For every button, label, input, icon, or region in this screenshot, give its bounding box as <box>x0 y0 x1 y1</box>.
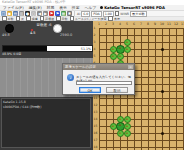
coord-label-top: 5 <box>124 22 130 26</box>
black-stone-icon[interactable]: ● <box>25 11 30 16</box>
candidate-move[interactable]: 41 <box>117 53 124 60</box>
candidate-winrate: 43 <box>125 40 130 45</box>
score-subvalue: 4.5 <box>30 31 50 35</box>
coord-label-top: 3 <box>110 22 116 26</box>
menu-item-4[interactable]: 設定 <box>71 5 81 10</box>
black-player-stone-icon <box>5 24 14 33</box>
coord-label-left: 4 <box>94 47 96 51</box>
coord-label-top: 8 <box>145 22 151 26</box>
forward-arrow-icon[interactable]: ▶ <box>43 11 48 16</box>
coord-label-top: 6 <box>131 22 137 26</box>
coord-label-left: 5 <box>94 54 96 58</box>
candidate-move[interactable]: 40 <box>117 130 124 137</box>
winrate-caption: 48.9% 0.0目 <box>2 52 21 56</box>
save-icon[interactable]: ▤ <box>13 11 18 16</box>
dialog-close-icon[interactable]: × <box>128 65 133 69</box>
winrate-bar: 51.1% <box>2 45 93 52</box>
candidate-move[interactable]: 42 <box>124 46 131 53</box>
menu-item-3[interactable]: 表示 <box>58 5 68 10</box>
candidate-winrate: 45 <box>117 123 124 128</box>
star-point <box>161 132 164 135</box>
coord-label-left: 3 <box>94 40 96 44</box>
dialog-title: 思考スケールの設定 <box>63 64 134 70</box>
settings-icon[interactable]: ✱ <box>67 11 72 16</box>
coord-label-left: 15 <box>94 124 98 128</box>
candidate-winrate: 40 <box>118 131 123 136</box>
menu-item-2[interactable]: 対局 <box>46 5 56 10</box>
engine-console[interactable]: KataGo 1.15.8s9096PDA / 644 (訪問数) <box>1 98 91 148</box>
white-stone-icon[interactable]: ○ <box>31 11 36 16</box>
candidate-winrate: 41 <box>125 117 130 122</box>
black-winrate-value: 49.8 <box>2 33 10 37</box>
coord-label-left: 14 <box>94 117 98 121</box>
star-point <box>161 48 164 51</box>
coord-label-left: 12 <box>94 103 98 107</box>
coord-label-top: 9 <box>152 22 158 26</box>
console-area: KataGo 1.15.8s9096PDA / 644 (訪問数) <box>0 97 93 150</box>
cancel-button[interactable]: 取消 <box>106 87 128 93</box>
menu-item-0[interactable]: ファイル(F) <box>2 5 25 10</box>
candidate-winrate: 41 <box>125 131 130 136</box>
candidate-winrate: 45 <box>117 46 124 51</box>
candidate-winrate: 41 <box>111 47 116 52</box>
candidate-winrate: 40 <box>111 124 116 129</box>
coord-label-left: 16 <box>94 131 98 135</box>
candidate-winrate: 42 <box>125 47 130 52</box>
application-window: KataGo TensorRT s9096 PDA - 検討中 ファイル(F)編… <box>0 0 184 150</box>
candidate-move[interactable]: 41 <box>124 130 131 137</box>
menu-item-1[interactable]: 編集(E) <box>28 5 43 10</box>
coord-label-top: 13 <box>180 22 184 26</box>
candidate-winrate: 40 <box>111 54 116 59</box>
scale-setting-dialog: 思考スケールの設定 × i スケールの値を入力してください。現在値=1.00 O… <box>62 63 135 95</box>
candidate-move[interactable]: 40 <box>110 53 117 60</box>
coord-label-left: 11 <box>94 96 98 100</box>
winrate-bar-label: 51.1% <box>81 47 91 51</box>
candidate-winrate: 42 <box>125 124 130 129</box>
flag-blue-icon[interactable]: ⚑ <box>55 11 60 16</box>
coord-label-top: 1 <box>96 22 102 26</box>
coord-label-left: 18 <box>94 145 98 149</box>
candidate-winrate: 41 <box>118 54 123 59</box>
candidate-winrate: 42 <box>118 117 123 122</box>
score-title: 目数差 -6 <box>24 23 64 27</box>
white-visits-value: 2590.0 <box>60 33 72 37</box>
winrate-bar-black-segment <box>3 46 47 51</box>
flag-red-icon[interactable]: ⚑ <box>49 11 54 16</box>
engine-status-label: KataGo TensorRT s9096 PDA <box>100 5 165 10</box>
new-file-icon[interactable]: □ <box>1 11 6 16</box>
ai-label: AI <box>77 12 80 16</box>
back-arrow-icon[interactable]: ◀ <box>37 11 42 16</box>
open-folder-icon[interactable]: ▣ <box>7 11 12 16</box>
coord-label-left: 13 <box>94 110 98 114</box>
candidate-move[interactable]: 42 <box>124 123 131 130</box>
info-icon: i <box>67 74 74 81</box>
menu-item-5[interactable]: ヘルプ <box>83 5 97 10</box>
candidate-move[interactable]: 43 <box>124 39 131 46</box>
candidate-move[interactable]: 41 <box>124 116 131 123</box>
score-info-area: 目数差 -6 4.5 49.8 2590.0 51.1% 48.9% 0.0目 <box>0 21 93 58</box>
checkbox-icon <box>115 11 120 16</box>
coord-label-top: 2 <box>103 22 109 26</box>
coord-label-top: 10 <box>159 22 165 26</box>
coord-label-top: 11 <box>166 22 172 26</box>
max-moves-field[interactable]: 最大手数 <box>130 11 147 17</box>
ok-button[interactable]: OK <box>79 87 101 93</box>
scale-value-input[interactable] <box>76 81 132 86</box>
print-icon[interactable]: ▥ <box>19 11 24 16</box>
coord-label-left: 17 <box>94 138 98 142</box>
coord-label-top: 4 <box>117 22 123 26</box>
analyze-icon[interactable]: ▦ <box>61 11 66 16</box>
coord-label-left: 1 <box>94 26 96 30</box>
coord-label-left: 2 <box>94 33 96 37</box>
star-point <box>161 90 164 93</box>
winr-checkbox[interactable]: WINR <box>115 11 129 16</box>
coord-label-top: 12 <box>173 22 179 26</box>
toolbar-separator <box>74 11 75 16</box>
coord-label-top: 7 <box>138 22 144 26</box>
black-stone-icon <box>100 6 103 9</box>
